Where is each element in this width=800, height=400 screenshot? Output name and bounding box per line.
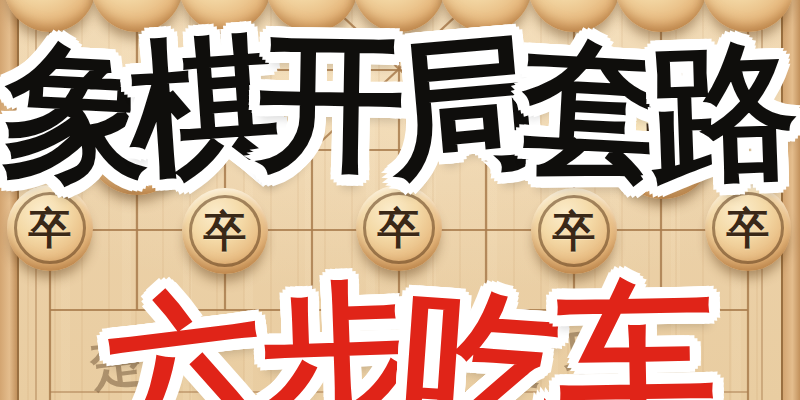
piece-glyph: 卒 <box>29 207 72 250</box>
piece-black-pawn-file9[interactable]: 卒 <box>705 185 791 271</box>
piece-black-pawn-file7[interactable]: 卒 <box>531 188 617 274</box>
subtitle-char-2: 步 <box>256 275 419 400</box>
piece-glyph: 卒 <box>204 210 247 253</box>
piece-face: 卒 <box>189 195 261 267</box>
piece-black-pawn-file5[interactable]: 卒 <box>356 185 442 271</box>
subtitle-char-3: 吃 <box>399 282 568 400</box>
subtitle-char-4: 车 <box>557 278 718 400</box>
piece-face: 卒 <box>712 192 784 264</box>
piece-glyph: 卒 <box>378 207 421 250</box>
title-char-6: 路 <box>647 36 800 189</box>
piece-black-pawn-file1[interactable]: 卒 <box>7 185 93 271</box>
piece-black-pawn-file3[interactable]: 卒 <box>182 188 268 274</box>
subtitle-char-1: 六 <box>97 280 273 400</box>
xiangqi-board-screenshot: 楚河漢界 炮炮卒卒卒卒卒 象棋开局套路 六步吃车 <box>0 0 800 400</box>
piece-glyph: 卒 <box>727 207 770 250</box>
piece-face: 卒 <box>538 195 610 267</box>
piece-glyph: 卒 <box>553 210 596 253</box>
piece-face: 卒 <box>363 192 435 264</box>
piece-face: 卒 <box>14 192 86 264</box>
